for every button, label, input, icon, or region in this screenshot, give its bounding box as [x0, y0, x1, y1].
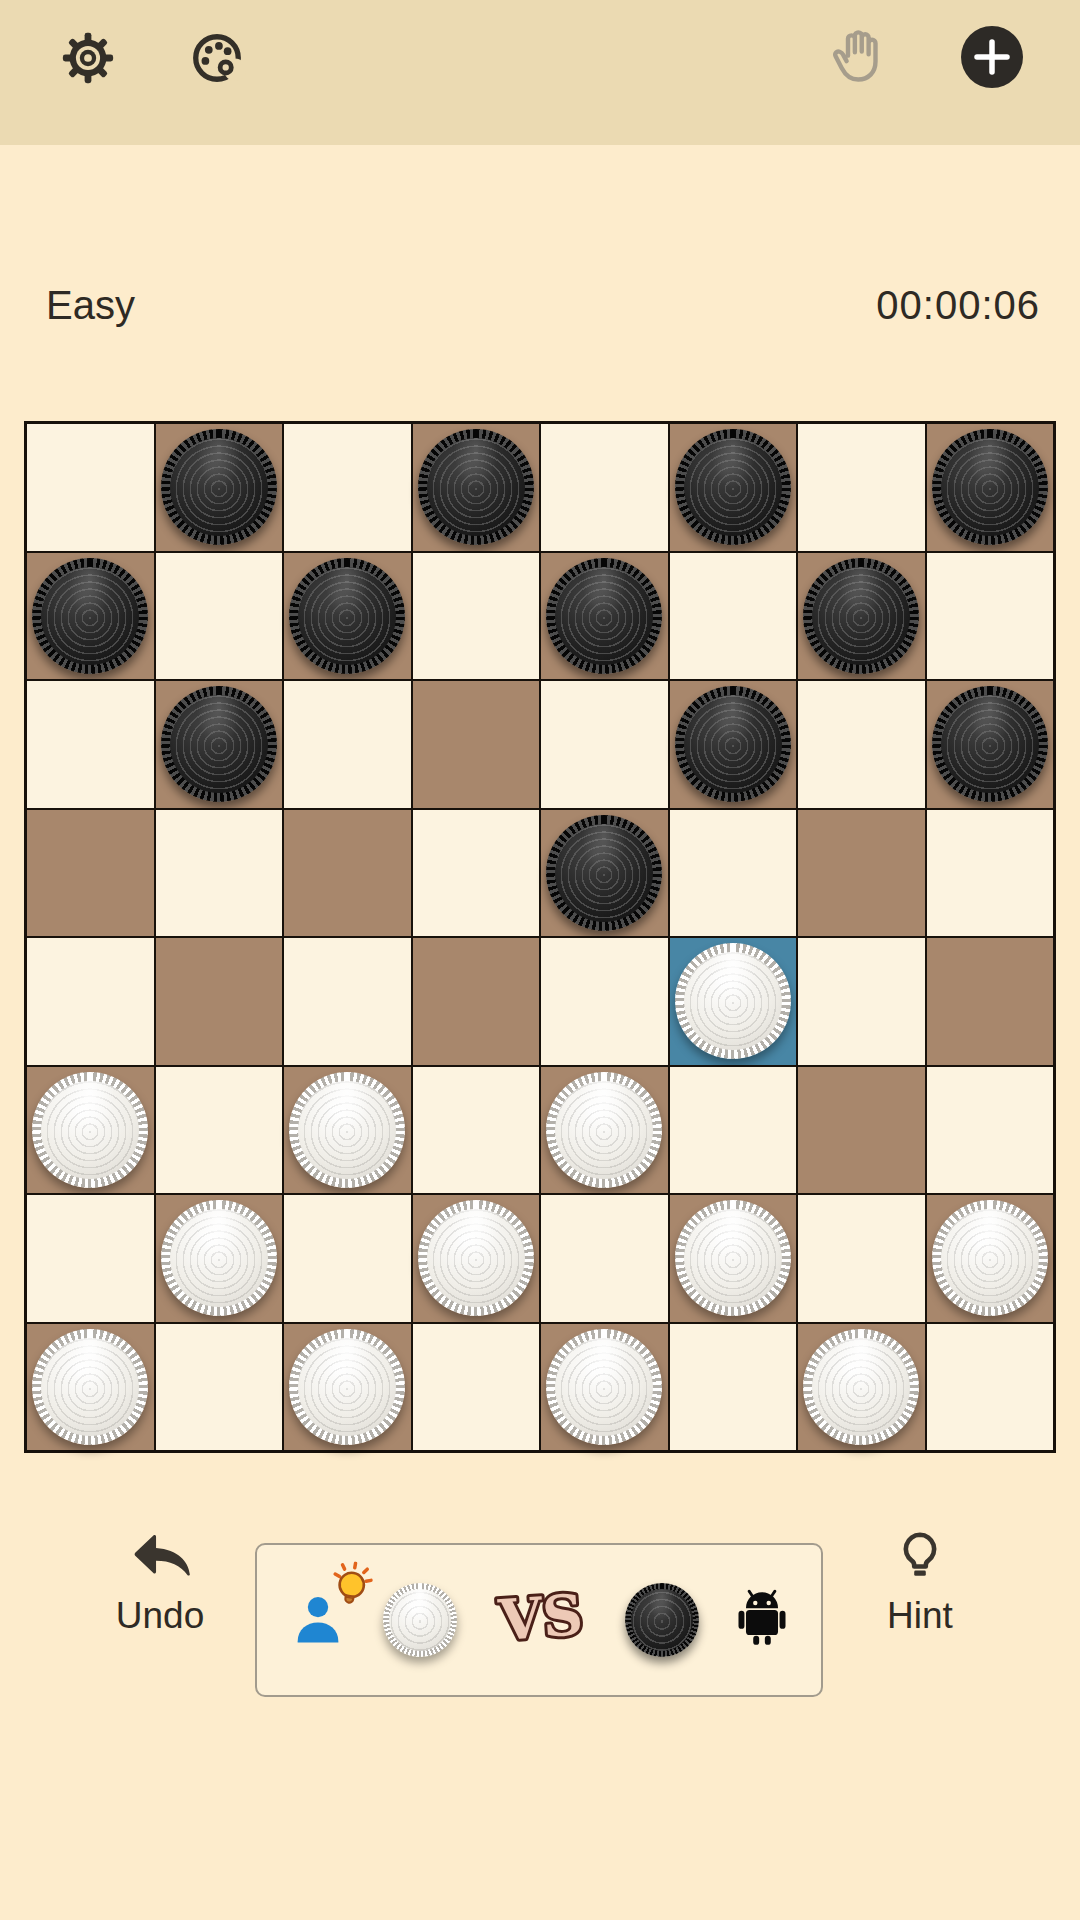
- settings-button[interactable]: [59, 29, 117, 87]
- board-square[interactable]: [541, 1324, 668, 1451]
- black-piece[interactable]: [932, 429, 1048, 545]
- piece-face: [812, 567, 910, 665]
- board-square: [670, 1067, 797, 1194]
- piece-face: [684, 695, 782, 793]
- board-square: [156, 810, 283, 937]
- board-square: [798, 1195, 925, 1322]
- piece-face: [555, 1338, 653, 1436]
- board-square[interactable]: [27, 553, 154, 680]
- board-square: [27, 681, 154, 808]
- board-square: [927, 1324, 1054, 1451]
- board-square[interactable]: [541, 553, 668, 680]
- theme-button[interactable]: [188, 29, 246, 87]
- piece-face: [684, 952, 782, 1050]
- piece-face: [41, 567, 139, 665]
- piece-face: [170, 438, 268, 536]
- checkers-board: [24, 421, 1056, 1453]
- board-square[interactable]: [927, 1195, 1054, 1322]
- vs-label: VS: [496, 1581, 585, 1653]
- players-panel: VS: [255, 1543, 823, 1697]
- board-square: [798, 681, 925, 808]
- settings-icon: [59, 29, 117, 87]
- board-square[interactable]: [670, 938, 797, 1065]
- black-piece[interactable]: [161, 429, 277, 545]
- new-game-button[interactable]: [960, 25, 1024, 89]
- board-square[interactable]: [927, 681, 1054, 808]
- white-piece[interactable]: [932, 1200, 1048, 1316]
- app-screen: Easy 00:00:06 Undo: [0, 0, 1080, 1920]
- board-square[interactable]: [284, 810, 411, 937]
- board-square[interactable]: [927, 424, 1054, 551]
- piece-face: [555, 1081, 653, 1179]
- black-piece[interactable]: [675, 686, 791, 802]
- piece-face: [631, 1589, 693, 1651]
- human-player: [285, 1587, 351, 1653]
- game-timer: 00:00:06: [876, 283, 1040, 328]
- board-square[interactable]: [284, 553, 411, 680]
- bottom-bar: Undo: [0, 1528, 1080, 1718]
- board-square: [927, 1067, 1054, 1194]
- piece-face: [298, 1338, 396, 1436]
- black-piece[interactable]: [289, 558, 405, 674]
- board-square[interactable]: [413, 424, 540, 551]
- black-piece[interactable]: [546, 558, 662, 674]
- undo-icon: [127, 1528, 193, 1589]
- piece-face: [298, 567, 396, 665]
- piece-face: [941, 1209, 1039, 1307]
- board-square: [27, 938, 154, 1065]
- board-square: [156, 1067, 283, 1194]
- add-icon: [960, 25, 1024, 89]
- piece-face: [684, 1209, 782, 1307]
- white-piece[interactable]: [546, 1072, 662, 1188]
- board-square[interactable]: [798, 1324, 925, 1451]
- black-piece[interactable]: [932, 686, 1048, 802]
- piece-face: [170, 695, 268, 793]
- pan-tool-icon: [826, 24, 892, 90]
- board-square[interactable]: [413, 938, 540, 1065]
- board-square: [670, 1324, 797, 1451]
- board-square: [27, 1195, 154, 1322]
- piece-face: [41, 1338, 139, 1436]
- piece-face: [941, 438, 1039, 536]
- difficulty-label: Easy: [46, 283, 135, 328]
- white-piece[interactable]: [289, 1329, 405, 1445]
- undo-button[interactable]: Undo: [60, 1528, 260, 1698]
- board-square[interactable]: [413, 1195, 540, 1322]
- piece-face: [41, 1081, 139, 1179]
- board-square[interactable]: [27, 810, 154, 937]
- piece-face: [555, 824, 653, 922]
- board-square[interactable]: [413, 681, 540, 808]
- piece-face: [170, 1209, 268, 1307]
- board-square[interactable]: [156, 424, 283, 551]
- android-player: [731, 1585, 793, 1655]
- board-square: [541, 681, 668, 808]
- board-square: [541, 424, 668, 551]
- board-square: [798, 938, 925, 1065]
- board-square[interactable]: [670, 681, 797, 808]
- pause-hand-button[interactable]: [826, 24, 892, 90]
- black-piece[interactable]: [161, 686, 277, 802]
- piece-face: [389, 1589, 451, 1651]
- board-square: [541, 938, 668, 1065]
- white-piece[interactable]: [161, 1200, 277, 1316]
- board-square[interactable]: [156, 938, 283, 1065]
- white-piece-icon: [383, 1583, 457, 1657]
- turn-indicator-bulb-icon: [321, 1557, 382, 1621]
- black-piece[interactable]: [675, 429, 791, 545]
- board-square: [413, 553, 540, 680]
- board-square: [413, 810, 540, 937]
- board-square[interactable]: [156, 681, 283, 808]
- board-square: [927, 810, 1054, 937]
- piece-face: [812, 1338, 910, 1436]
- black-piece[interactable]: [32, 558, 148, 674]
- white-piece[interactable]: [418, 1200, 534, 1316]
- black-piece[interactable]: [546, 815, 662, 931]
- palette-icon: [188, 29, 246, 87]
- android-icon: [731, 1585, 793, 1651]
- board-square[interactable]: [670, 424, 797, 551]
- vs-graphic: VS: [489, 1575, 593, 1665]
- hint-lightbulb-icon: [891, 1528, 949, 1589]
- board-square: [284, 938, 411, 1065]
- piece-face: [298, 1081, 396, 1179]
- hint-label: Hint: [887, 1595, 953, 1637]
- white-piece[interactable]: [803, 1329, 919, 1445]
- undo-label: Undo: [116, 1595, 204, 1637]
- board-square[interactable]: [541, 810, 668, 937]
- board-square: [541, 1195, 668, 1322]
- piece-face: [427, 438, 525, 536]
- board-square: [284, 424, 411, 551]
- white-piece[interactable]: [32, 1072, 148, 1188]
- piece-face: [555, 567, 653, 665]
- board-square: [798, 424, 925, 551]
- piece-face: [684, 438, 782, 536]
- board-square: [156, 1324, 283, 1451]
- board-square[interactable]: [27, 1324, 154, 1451]
- white-piece[interactable]: [675, 943, 791, 1059]
- white-piece[interactable]: [32, 1329, 148, 1445]
- piece-face: [941, 695, 1039, 793]
- board-square: [413, 1067, 540, 1194]
- hint-button[interactable]: Hint: [820, 1528, 1020, 1698]
- board-square[interactable]: [284, 1067, 411, 1194]
- board-square[interactable]: [798, 810, 925, 937]
- board-square[interactable]: [798, 553, 925, 680]
- board-square[interactable]: [541, 1067, 668, 1194]
- black-piece[interactable]: [418, 429, 534, 545]
- board-square[interactable]: [927, 938, 1054, 1065]
- board-square[interactable]: [27, 1067, 154, 1194]
- board-square: [284, 1195, 411, 1322]
- board-square: [413, 1324, 540, 1451]
- board-square: [27, 424, 154, 551]
- white-piece[interactable]: [289, 1072, 405, 1188]
- piece-face: [427, 1209, 525, 1307]
- board-square[interactable]: [670, 1195, 797, 1322]
- board-square: [927, 553, 1054, 680]
- board-square[interactable]: [798, 1067, 925, 1194]
- white-piece[interactable]: [675, 1200, 791, 1316]
- board-square[interactable]: [284, 1324, 411, 1451]
- person-icon: [285, 1639, 351, 1656]
- black-piece[interactable]: [803, 558, 919, 674]
- top-bar: [0, 0, 1080, 145]
- black-piece-icon: [625, 1583, 699, 1657]
- board-square: [284, 681, 411, 808]
- white-piece[interactable]: [546, 1329, 662, 1445]
- board-square: [670, 810, 797, 937]
- board-square: [156, 553, 283, 680]
- board-square: [670, 553, 797, 680]
- board-square[interactable]: [156, 1195, 283, 1322]
